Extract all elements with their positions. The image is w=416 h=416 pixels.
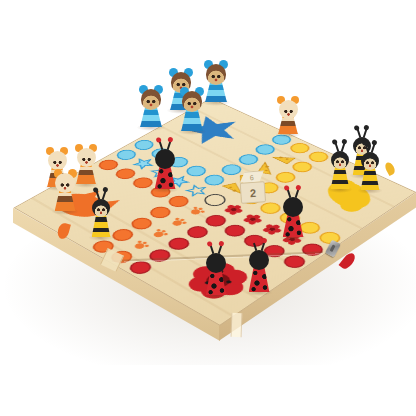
die[interactable]: 6 2 [239, 170, 266, 204]
die-front-value: 2 [249, 186, 256, 198]
piece-head [55, 173, 75, 193]
piece-head [249, 250, 269, 270]
piece-head [331, 151, 349, 169]
piece-bee-2[interactable] [331, 143, 350, 191]
piece-bear-3[interactable] [181, 87, 203, 133]
piece-fox-3[interactable] [55, 169, 76, 213]
piece-fox-4[interactable] [278, 96, 298, 136]
piece-bear-1[interactable] [140, 85, 162, 129]
piece-head [206, 253, 226, 273]
die-front-face: 2 [240, 181, 266, 204]
die-top-value: 6 [250, 173, 254, 180]
piece-head [155, 149, 175, 169]
piece-fox-2[interactable] [76, 144, 96, 186]
scene: 6 2 [0, 0, 416, 416]
piece-ladybug-1[interactable] [155, 141, 176, 191]
piece-ladybug-3[interactable] [206, 245, 227, 297]
piece-bear-4[interactable] [205, 60, 227, 104]
piece-head [48, 151, 67, 170]
piece-bee-3[interactable] [361, 144, 380, 192]
piece-ladybug-2[interactable] [283, 189, 304, 239]
piece-head [77, 148, 96, 167]
piece-ladybug-4[interactable] [249, 242, 270, 294]
piece-head [279, 100, 298, 119]
piece-head [182, 91, 203, 112]
piece-head [206, 64, 227, 85]
pieces-layer: 6 2 [0, 0, 416, 416]
piece-head [361, 152, 379, 170]
piece-head [283, 197, 303, 217]
piece-head [141, 89, 162, 110]
piece-bee-4[interactable] [92, 191, 111, 239]
piece-head [92, 199, 110, 217]
